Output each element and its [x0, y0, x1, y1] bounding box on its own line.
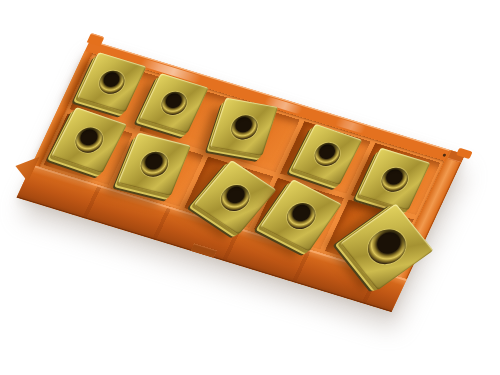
cutting-insert — [210, 98, 278, 156]
insert-hole — [361, 222, 413, 271]
insert-hole — [377, 164, 412, 194]
product-photo — [0, 0, 500, 375]
insert-hole — [310, 140, 344, 169]
insert-hole — [281, 198, 320, 233]
cutting-insert — [51, 107, 127, 173]
insert-hole — [137, 149, 172, 180]
cutting-insert — [340, 204, 433, 291]
insert-hole — [215, 179, 255, 215]
cutting-insert — [140, 73, 209, 133]
insert-hole — [95, 68, 128, 97]
insert-hole — [228, 113, 261, 141]
cutting-insert — [77, 52, 146, 112]
insert-tray — [17, 40, 465, 312]
insert-layer — [17, 40, 465, 312]
insert-hole — [71, 124, 107, 156]
cutting-insert — [358, 148, 430, 211]
cutting-insert — [118, 133, 191, 196]
insert-hole — [157, 89, 190, 118]
cutting-insert — [292, 124, 362, 185]
